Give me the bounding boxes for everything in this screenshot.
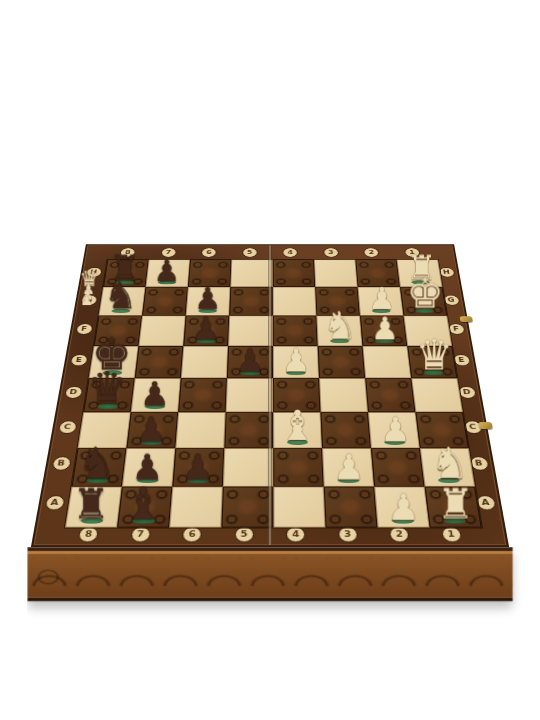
square-c4[interactable]: ♝ — [273, 412, 322, 448]
square-b7[interactable]: ♟ — [122, 448, 175, 486]
black-pawn-e5[interactable]: ♟ — [227, 343, 273, 377]
file-label-F: F — [75, 324, 93, 335]
rank-label-4: 4 — [283, 247, 298, 257]
square-g6[interactable]: ♟ — [186, 287, 231, 316]
square-a2[interactable]: ♟ — [374, 487, 429, 528]
square-e4[interactable]: ♟ — [273, 346, 319, 378]
rank-label-2: 2 — [363, 247, 379, 257]
square-h8[interactable]: ♜ — [103, 260, 149, 287]
rank-label-6: 6 — [182, 526, 202, 542]
felt-base — [86, 477, 109, 483]
square-d3[interactable] — [319, 378, 368, 412]
square-c5[interactable] — [224, 412, 273, 448]
file-label-C: C — [57, 420, 77, 433]
captured-white-pawn: ♟ — [74, 293, 98, 308]
square-h4[interactable] — [273, 260, 315, 287]
square-a8[interactable]: ♜ — [65, 487, 122, 528]
square-d5[interactable] — [226, 378, 273, 412]
file-label-E: E — [69, 354, 88, 366]
black-bishop-a7[interactable]: ♝ — [117, 480, 169, 526]
square-b6[interactable]: ♟ — [172, 448, 224, 486]
felt-base — [415, 309, 435, 313]
square-e2[interactable] — [363, 346, 412, 378]
square-b2[interactable] — [371, 448, 425, 486]
square-f7[interactable] — [139, 316, 186, 346]
felt-base — [423, 370, 444, 375]
square-h5[interactable] — [230, 260, 272, 287]
square-f2[interactable]: ♟ — [360, 316, 407, 346]
box-front-edge — [27, 547, 512, 601]
carved-wave-ornament — [27, 559, 512, 587]
square-c2[interactable]: ♟ — [368, 412, 420, 448]
square-h7[interactable]: ♟ — [146, 260, 191, 287]
felt-base — [391, 518, 414, 524]
black-pawn-b6[interactable]: ♟ — [172, 449, 222, 486]
rank-label-3: 3 — [338, 526, 358, 542]
square-c3[interactable] — [321, 412, 371, 448]
felt-base — [97, 404, 118, 409]
rank-label-8: 8 — [78, 526, 100, 542]
felt-base — [80, 518, 103, 524]
square-g3[interactable] — [315, 287, 360, 316]
file-label-D: D — [63, 386, 82, 399]
rank-label-7: 7 — [160, 247, 176, 257]
felt-base — [137, 477, 159, 483]
square-h1[interactable]: ♜ — [397, 260, 443, 287]
square-g7[interactable] — [142, 287, 188, 316]
rank-label-7: 7 — [130, 526, 151, 542]
square-b8[interactable]: ♞ — [71, 448, 126, 486]
white-pawn-e4[interactable]: ♟ — [273, 343, 319, 377]
square-d6[interactable] — [178, 378, 227, 412]
square-g2[interactable]: ♟ — [358, 287, 404, 316]
square-e8[interactable]: ♚ — [89, 346, 139, 378]
felt-base — [287, 439, 308, 445]
square-e1[interactable]: ♛ — [407, 346, 457, 378]
square-g8[interactable]: ♞ — [99, 287, 146, 316]
square-f8[interactable] — [94, 316, 142, 346]
felt-base — [411, 280, 430, 284]
felt-base — [102, 370, 123, 375]
rank-label-1: 1 — [441, 526, 463, 542]
felt-base — [438, 477, 461, 483]
rank-label-3: 3 — [323, 247, 339, 257]
felt-base — [196, 339, 216, 344]
board-frame: 87654321 87654321 HGFEDCBA HGFEDCBA ♜♟♜♞… — [31, 244, 509, 547]
captured-white-pieces: ♛♟♟♟ — [74, 283, 102, 308]
square-d8[interactable]: ♛ — [83, 378, 134, 412]
square-h3[interactable] — [314, 260, 358, 287]
rank-label-1: 1 — [404, 247, 421, 257]
board-grid: ♜♟♜♞♟♟♚♟♞♟♚♟♟♛♛♟♟♝♟♞♟♟♟♞♜♝♟♜ — [64, 259, 483, 528]
rank-label-8: 8 — [120, 247, 137, 257]
square-e7[interactable] — [135, 346, 184, 378]
rank-label-5: 5 — [242, 247, 257, 257]
square-h2[interactable] — [355, 260, 400, 287]
felt-base — [132, 518, 155, 524]
square-e6[interactable] — [181, 346, 228, 378]
square-f4[interactable] — [273, 316, 318, 346]
black-pawn-b7[interactable]: ♟ — [122, 449, 172, 486]
felt-base — [374, 339, 394, 344]
square-d4[interactable] — [273, 378, 321, 412]
felt-base — [443, 518, 466, 524]
square-b5[interactable] — [223, 448, 273, 486]
felt-base — [384, 439, 406, 445]
square-a6[interactable] — [169, 487, 223, 528]
square-f5[interactable] — [228, 316, 273, 346]
square-b1[interactable]: ♞ — [420, 448, 475, 486]
felt-base — [187, 477, 209, 483]
square-g1[interactable]: ♚ — [400, 287, 447, 316]
square-e5[interactable]: ♟ — [227, 346, 273, 378]
square-c1[interactable] — [415, 412, 468, 448]
felt-base — [141, 439, 163, 445]
felt-base — [198, 309, 217, 313]
square-f1[interactable] — [404, 316, 453, 346]
square-d7[interactable]: ♟ — [131, 378, 181, 412]
square-c7[interactable]: ♟ — [126, 412, 178, 448]
chess-board: 87654321 87654321 HGFEDCBA HGFEDCBA ♜♟♜♞… — [31, 244, 509, 547]
felt-base — [286, 370, 306, 375]
file-label-A: A — [44, 495, 65, 510]
felt-base — [111, 309, 130, 313]
square-g4[interactable] — [273, 287, 317, 316]
felt-base — [240, 370, 260, 375]
square-a4[interactable] — [273, 487, 325, 528]
square-f3[interactable]: ♞ — [316, 316, 362, 346]
felt-base — [158, 280, 177, 284]
square-a7[interactable]: ♝ — [117, 487, 172, 528]
chess-set-photo: 87654321 87654321 HGFEDCBA HGFEDCBA ♜♟♜♞… — [62, 168, 478, 584]
square-d2[interactable] — [365, 378, 415, 412]
felt-base — [144, 404, 165, 409]
rank-label-5: 5 — [234, 526, 254, 542]
square-b3[interactable]: ♟ — [322, 448, 374, 486]
felt-base — [115, 280, 134, 284]
square-c8[interactable] — [78, 412, 131, 448]
square-d1[interactable] — [411, 378, 463, 412]
square-a1[interactable]: ♜ — [425, 487, 482, 528]
square-b4[interactable] — [273, 448, 324, 486]
file-label-B: B — [51, 457, 72, 471]
white-pawn-b3[interactable]: ♟ — [324, 449, 374, 486]
rank-label-6: 6 — [201, 247, 217, 257]
felt-base — [337, 477, 359, 483]
felt-base — [372, 309, 391, 313]
square-c6[interactable] — [175, 412, 225, 448]
rank-label-4: 4 — [286, 526, 306, 542]
felt-base — [330, 339, 350, 344]
rank-label-2: 2 — [389, 526, 410, 542]
square-a5[interactable] — [221, 487, 273, 528]
square-a3[interactable] — [324, 487, 378, 528]
square-e3[interactable] — [318, 346, 365, 378]
square-f6[interactable]: ♟ — [183, 316, 229, 346]
square-g5[interactable] — [229, 287, 273, 316]
square-h6[interactable] — [188, 260, 231, 287]
